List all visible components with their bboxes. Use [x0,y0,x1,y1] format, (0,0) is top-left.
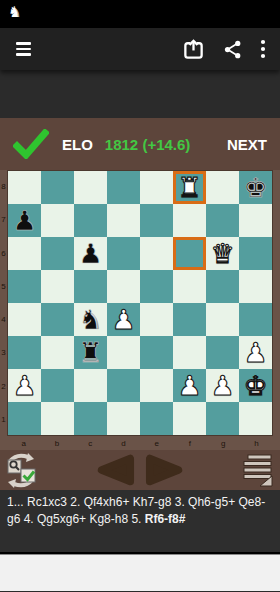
square-g2[interactable]: ♟ [206,369,239,402]
rank-label-6: 6 [0,237,7,270]
square-c5[interactable] [74,270,107,303]
square-h1[interactable] [239,402,272,435]
share-icon[interactable] [222,39,243,60]
square-g3[interactable] [206,336,239,369]
square-c2[interactable] [74,369,107,402]
square-d8[interactable] [107,171,140,204]
board: ♜♚♟♟♛♞♟♜♟♟♟♟♚ [7,170,273,436]
square-e5[interactable] [140,270,173,303]
elo-rating: 1812 (+14.6) [105,136,190,153]
rank-label-7: 7 [0,203,7,236]
analysis-retry-icon[interactable] [3,452,39,489]
rank-label-1: 1 [0,403,7,436]
square-a5[interactable] [8,270,41,303]
move-list[interactable]: 1... Rc1xc3 2. Qf4xh6+ Kh7-g8 3. Qh6-g5+… [0,490,280,552]
square-e1[interactable] [140,402,173,435]
file-label-g: g [207,436,240,450]
file-label-c: c [74,436,107,450]
black-pawn[interactable]: ♟ [12,204,36,237]
last-move-text: Rf6-f8# [145,512,186,526]
status-bar: ♞ [0,0,280,28]
white-rook[interactable]: ♜ [177,171,201,204]
square-a6[interactable] [8,237,41,270]
nav-arrows [93,454,187,487]
square-f6[interactable] [173,237,206,270]
square-c7[interactable] [74,204,107,237]
appbar-icons [182,38,266,61]
app-bar [0,28,280,70]
square-a2[interactable]: ♟ [8,369,41,402]
square-d3[interactable] [107,336,140,369]
square-h8[interactable]: ♚ [239,171,272,204]
board-frame: 87654321 ♜♚♟♟♛♞♟♜♟♟♟♟♚ abcdefgh [0,170,280,450]
square-g6[interactable]: ♛ [206,237,239,270]
control-bar [0,450,280,490]
file-labels: abcdefgh [7,436,273,450]
file-label-a: a [7,436,40,450]
square-a3[interactable] [8,336,41,369]
black-knight[interactable]: ♞ [78,303,102,336]
square-e2[interactable] [140,369,173,402]
square-f4[interactable] [173,303,206,336]
black-pawn[interactable]: ♟ [78,237,102,270]
square-h4[interactable] [239,303,272,336]
square-c6[interactable]: ♟ [74,237,107,270]
square-b7[interactable] [41,204,74,237]
square-f3[interactable] [173,336,206,369]
square-a4[interactable] [8,303,41,336]
square-b6[interactable] [41,237,74,270]
ad-area [0,555,280,591]
white-pawn[interactable]: ♟ [177,369,201,402]
square-a8[interactable] [8,171,41,204]
white-pawn[interactable]: ♟ [111,303,135,336]
prev-move-icon[interactable] [93,454,135,487]
knight-notification-icon: ♞ [8,5,21,20]
square-b1[interactable] [41,402,74,435]
square-d5[interactable] [107,270,140,303]
square-h2[interactable]: ♚ [239,369,272,402]
white-queen[interactable]: ♛ [210,237,234,270]
next-move-icon[interactable] [145,454,187,487]
square-g1[interactable] [206,402,239,435]
square-b8[interactable] [41,171,74,204]
square-c8[interactable] [74,171,107,204]
moves-text: 1... Rc1xc3 2. Qf4xh6+ Kh7-g8 3. Qh6-g5+… [7,495,265,526]
rank-label-2: 2 [0,370,7,403]
square-f2[interactable]: ♟ [173,369,206,402]
square-a7[interactable]: ♟ [8,204,41,237]
file-label-f: f [173,436,206,450]
square-g7[interactable] [206,204,239,237]
square-h5[interactable] [239,270,272,303]
square-a1[interactable] [8,402,41,435]
elo-label: ELO [62,136,93,153]
square-c4[interactable]: ♞ [74,303,107,336]
square-f5[interactable] [173,270,206,303]
square-e3[interactable] [140,336,173,369]
square-d6[interactable] [107,237,140,270]
square-e7[interactable] [140,204,173,237]
overflow-menu-icon[interactable] [260,39,266,59]
square-e6[interactable] [140,237,173,270]
square-h3[interactable]: ♟ [239,336,272,369]
file-label-b: b [40,436,73,450]
square-b5[interactable] [41,270,74,303]
app-screen: ♞ [0,0,280,592]
square-d2[interactable] [107,369,140,402]
square-b2[interactable] [41,369,74,402]
square-g8[interactable] [206,171,239,204]
black-king[interactable]: ♚ [243,171,267,204]
square-g5[interactable] [206,270,239,303]
result-bar: ELO 1812 (+14.6) NEXT [0,118,280,170]
content-gap [0,70,280,118]
move-list-icon[interactable] [240,452,274,488]
rank-label-5: 5 [0,270,7,303]
square-b4[interactable] [41,303,74,336]
square-h7[interactable] [239,204,272,237]
square-e8[interactable] [140,171,173,204]
white-king[interactable]: ♚ [243,369,267,402]
black-rook[interactable]: ♜ [78,336,102,369]
square-g4[interactable] [206,303,239,336]
white-pawn[interactable]: ♟ [210,369,234,402]
rank-label-8: 8 [0,170,7,203]
file-label-d: d [107,436,140,450]
file-label-e: e [140,436,173,450]
square-c3[interactable]: ♜ [74,336,107,369]
rank-label-3: 3 [0,336,7,369]
export-box-icon[interactable] [182,38,205,61]
square-b3[interactable] [41,336,74,369]
white-pawn[interactable]: ♟ [12,369,36,402]
square-d7[interactable] [107,204,140,237]
square-d1[interactable] [107,402,140,435]
next-button[interactable]: NEXT [227,136,267,153]
square-h6[interactable] [239,237,272,270]
correct-checkmark-icon [13,129,49,159]
rank-label-4: 4 [0,303,7,336]
file-label-h: h [240,436,273,450]
rank-labels: 87654321 [0,170,7,436]
square-f7[interactable] [173,204,206,237]
square-e4[interactable] [140,303,173,336]
square-c1[interactable] [74,402,107,435]
square-f1[interactable] [173,402,206,435]
square-d4[interactable]: ♟ [107,303,140,336]
white-pawn[interactable]: ♟ [243,336,267,369]
square-f8[interactable]: ♜ [173,171,206,204]
menu-icon[interactable] [16,42,31,55]
